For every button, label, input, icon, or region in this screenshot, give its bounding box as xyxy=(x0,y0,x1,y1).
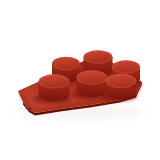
cup-front-right xyxy=(106,74,137,99)
product-photo xyxy=(0,0,160,160)
mold xyxy=(18,50,142,115)
muffin-mold-illustration xyxy=(0,0,160,160)
cup-front-left xyxy=(39,74,70,101)
corner-hole-right xyxy=(133,85,135,87)
corner-hole-front-left xyxy=(29,107,31,109)
cup-front-middle xyxy=(77,70,108,97)
